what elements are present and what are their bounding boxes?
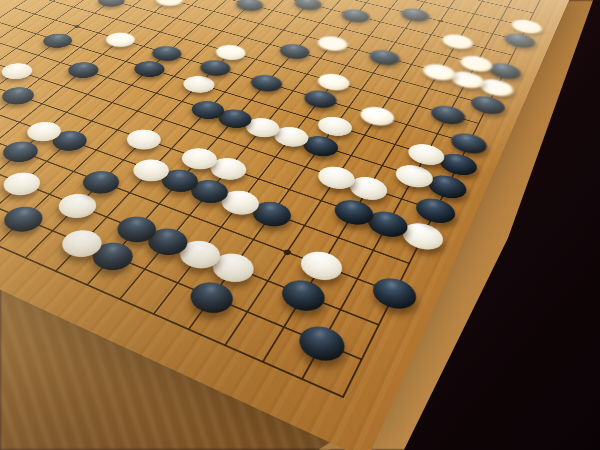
stone-white[interactable]: ○ bbox=[101, 30, 140, 49]
stone-black[interactable]: ● bbox=[38, 31, 78, 51]
stone-white[interactable]: ○ bbox=[0, 60, 38, 82]
stone-black[interactable]: ● bbox=[183, 277, 240, 319]
stone-white[interactable]: ○ bbox=[356, 104, 398, 129]
stone-white[interactable]: ○ bbox=[439, 32, 476, 52]
stone-black[interactable]: ● bbox=[0, 202, 50, 236]
stone-white[interactable]: ○ bbox=[314, 34, 352, 54]
stone-black[interactable]: ● bbox=[0, 138, 45, 166]
stone-white[interactable]: ○ bbox=[151, 0, 187, 8]
stone-black[interactable]: ● bbox=[246, 72, 287, 95]
stone-black[interactable]: ● bbox=[367, 273, 421, 315]
stone-black[interactable]: ● bbox=[291, 0, 326, 12]
stone-white[interactable]: ○ bbox=[121, 126, 167, 153]
stone-white[interactable]: ○ bbox=[52, 189, 104, 222]
stone-white[interactable]: ○ bbox=[0, 168, 47, 199]
stone-black[interactable]: ● bbox=[427, 102, 468, 127]
stone-black[interactable]: ● bbox=[293, 320, 351, 367]
stone-black[interactable]: ● bbox=[365, 47, 403, 68]
stone-black[interactable]: ● bbox=[275, 41, 314, 61]
stone-black[interactable]: ● bbox=[232, 0, 268, 13]
stone-black[interactable]: ● bbox=[0, 84, 40, 108]
stone-black[interactable]: ● bbox=[93, 0, 130, 9]
stone-black[interactable]: ● bbox=[129, 58, 170, 80]
stone-black[interactable]: ● bbox=[338, 7, 374, 25]
stone-black[interactable]: ● bbox=[398, 6, 433, 24]
stone-black[interactable]: ● bbox=[62, 59, 104, 81]
go-board-photo: ●●●○●●○○●●○○●○●●●○●●○●○○●●○○○●●○○○●○●○○●… bbox=[0, 0, 600, 450]
